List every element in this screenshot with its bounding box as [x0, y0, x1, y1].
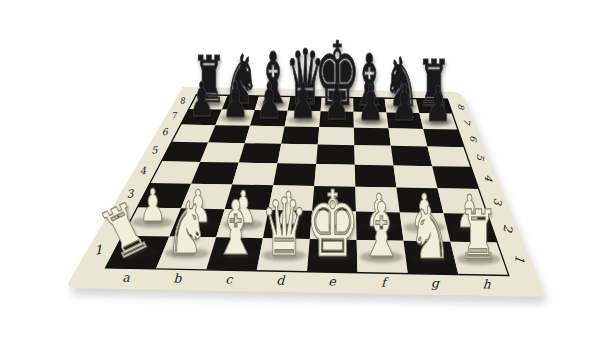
- square-c4: [232, 163, 277, 186]
- square-f3: [355, 187, 399, 213]
- square-h7: [419, 113, 457, 129]
- square-e8: [321, 97, 354, 112]
- square-b8: [222, 95, 259, 110]
- square-d5: [277, 144, 317, 164]
- square-f8: [353, 98, 386, 113]
- square-f5: [354, 145, 393, 165]
- square-d1: [257, 238, 310, 271]
- square-d7: [285, 111, 321, 127]
- square-g2: [400, 212, 451, 241]
- square-f2: [356, 212, 404, 241]
- file-label-h: h: [482, 276, 491, 291]
- square-d3: [268, 185, 314, 211]
- square-e6: [318, 127, 355, 145]
- square-d4: [273, 163, 316, 186]
- square-c2: [216, 209, 268, 238]
- rank-label-left-4: 4: [139, 164, 147, 176]
- square-f6: [354, 128, 391, 146]
- square-e4: [314, 164, 355, 187]
- square-g8: [385, 98, 420, 113]
- square-f1: [357, 240, 408, 274]
- chess-set-photo: abcdefgh1234567812345678 ♜♞♝♛♚♝♞♜♟♟♟♟♟♟♟…: [0, 0, 600, 360]
- square-d2: [263, 210, 312, 239]
- square-g7: [386, 112, 423, 128]
- square-h8: [416, 99, 452, 114]
- square-h6: [423, 129, 464, 147]
- square-g3: [396, 187, 443, 213]
- square-b6: [208, 125, 250, 143]
- chess-board: abcdefgh1234567812345678: [0, 0, 600, 360]
- square-e3: [312, 186, 356, 212]
- square-e1: [307, 239, 357, 273]
- square-c3: [225, 184, 274, 210]
- square-g4: [393, 165, 437, 188]
- square-b7: [215, 109, 254, 125]
- square-c8: [255, 96, 291, 111]
- square-g5: [391, 146, 432, 166]
- square-g1: [404, 241, 459, 275]
- square-c6: [245, 126, 285, 144]
- square-e2: [310, 211, 357, 240]
- square-f7: [354, 112, 389, 128]
- file-label-e: e: [328, 273, 337, 288]
- file-label-a: a: [122, 271, 130, 285]
- rank-label-left-1: 1: [94, 242, 103, 258]
- square-d6: [281, 126, 319, 144]
- square-c5: [239, 143, 281, 163]
- square-e5: [316, 144, 355, 164]
- square-c7: [250, 110, 288, 126]
- square-g6: [389, 128, 428, 146]
- square-c1: [206, 237, 263, 270]
- square-e7: [319, 111, 354, 127]
- square-f4: [355, 165, 397, 188]
- square-d8: [288, 96, 322, 111]
